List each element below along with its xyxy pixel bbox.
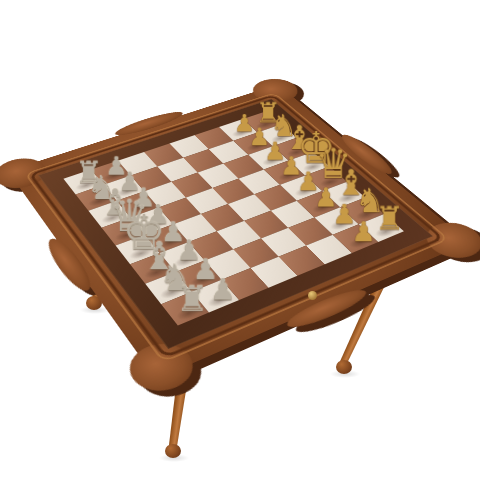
drawer-knob <box>308 291 317 300</box>
square-f6 <box>271 201 315 228</box>
square-d5 <box>212 179 254 204</box>
table-foot-right <box>336 360 352 374</box>
scene: ♜♟♟♜♞♟♟♞♝♟♟♝♛♟♟♚♚♟♟♛♝♟♟♝♞♟♟♞♜♟♟♜ <box>0 0 480 480</box>
table: ♜♟♟♜♞♟♟♞♝♟♟♝♛♟♟♚♚♟♟♛♝♟♟♝♞♟♟♞♜♟♟♜ <box>5 83 472 382</box>
product-photo-chess-table: ♜♟♟♜♞♟♟♞♝♟♟♝♛♟♟♚♚♟♟♛♝♟♟♝♞♟♟♞♜♟♟♜ <box>0 0 480 480</box>
table-foot-front <box>165 444 181 458</box>
